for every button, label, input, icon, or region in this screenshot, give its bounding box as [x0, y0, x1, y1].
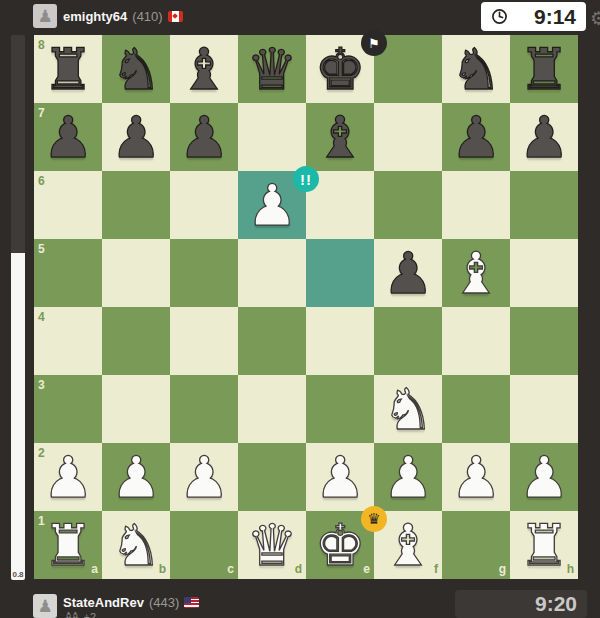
white-rook[interactable]: ♜	[510, 511, 578, 579]
top-player-rating: (410)	[132, 9, 162, 24]
white-pawn[interactable]: ♟	[306, 443, 374, 511]
black-bishop[interactable]: ♝	[170, 35, 238, 103]
usa-flag-icon	[184, 597, 199, 608]
chess-board[interactable]: 8♜♞♝♛♚♞♜7♟♟♟♝♟♟6♟5♟♝43♞2♟♟♟♟♟♟♟1a♜b♞cd♛e…	[34, 35, 578, 579]
square-c2[interactable]: ♟	[170, 443, 238, 511]
white-pawn[interactable]: ♟	[374, 443, 442, 511]
square-h4[interactable]	[510, 307, 578, 375]
top-clock-time: 9:14	[534, 5, 576, 29]
square-e4[interactable]	[306, 307, 374, 375]
square-a2[interactable]: 2♟	[34, 443, 102, 511]
bottom-player-avatar[interactable]: ♟	[33, 594, 57, 618]
evaluation-value: 0.8	[11, 570, 25, 579]
square-c7[interactable]: ♟	[170, 103, 238, 171]
square-c5[interactable]	[170, 239, 238, 307]
square-h1[interactable]: h♜	[510, 511, 578, 579]
square-d2[interactable]	[238, 443, 306, 511]
square-g1[interactable]: g	[442, 511, 510, 579]
square-c3[interactable]	[170, 375, 238, 443]
square-b2[interactable]: ♟	[102, 443, 170, 511]
black-rook[interactable]: ♜	[510, 35, 578, 103]
square-e2[interactable]: ♟	[306, 443, 374, 511]
brilliant-badge: !!	[293, 166, 319, 192]
square-e7[interactable]: ♝	[306, 103, 374, 171]
flag-badge: ⚑	[361, 30, 387, 56]
black-knight[interactable]: ♞	[102, 35, 170, 103]
square-d1[interactable]: d♛	[238, 511, 306, 579]
square-e3[interactable]	[306, 375, 374, 443]
black-pawn[interactable]: ♟	[34, 103, 102, 171]
square-a1[interactable]: 1a♜	[34, 511, 102, 579]
white-rook[interactable]: ♜	[34, 511, 102, 579]
white-pawn[interactable]: ♟	[170, 443, 238, 511]
black-pawn[interactable]: ♟	[374, 239, 442, 307]
white-queen[interactable]: ♛	[238, 511, 306, 579]
square-a4[interactable]: 4	[34, 307, 102, 375]
rank-label-5: 5	[38, 243, 45, 255]
white-bishop[interactable]: ♝	[442, 239, 510, 307]
square-b4[interactable]	[102, 307, 170, 375]
square-f3[interactable]: ♞	[374, 375, 442, 443]
square-h2[interactable]: ♟	[510, 443, 578, 511]
square-h3[interactable]	[510, 375, 578, 443]
white-knight[interactable]: ♞	[374, 375, 442, 443]
chess-game-page: ♟ emighty64 (410) 9:14 ⚙ 0.8 8♜♞♝♛♚♞♜7♟♟…	[0, 0, 600, 618]
file-label-c: c	[227, 563, 234, 575]
file-label-g: g	[499, 563, 506, 575]
square-b3[interactable]	[102, 375, 170, 443]
captured-pawns-icon: ♙♙	[63, 610, 81, 618]
square-a7[interactable]: 7♟	[34, 103, 102, 171]
top-player-name[interactable]: emighty64	[63, 9, 127, 24]
top-player-clock: 9:14	[481, 2, 586, 31]
white-pawn[interactable]: ♟	[442, 443, 510, 511]
square-h7[interactable]: ♟	[510, 103, 578, 171]
square-g4[interactable]	[442, 307, 510, 375]
square-h8[interactable]: ♜	[510, 35, 578, 103]
square-h5[interactable]	[510, 239, 578, 307]
black-rook[interactable]: ♜	[34, 35, 102, 103]
square-b6[interactable]	[102, 171, 170, 239]
bottom-player-info: StateAndRev (443)	[63, 595, 199, 610]
square-c8[interactable]: ♝	[170, 35, 238, 103]
white-pawn[interactable]: ♟	[34, 443, 102, 511]
square-d5[interactable]	[238, 239, 306, 307]
square-a5[interactable]: 5	[34, 239, 102, 307]
square-g6[interactable]	[442, 171, 510, 239]
evaluation-bar: 0.8	[11, 35, 25, 580]
white-pawn[interactable]: ♟	[510, 443, 578, 511]
square-f5[interactable]: ♟	[374, 239, 442, 307]
avatar-pawn-icon: ♟	[37, 598, 52, 615]
square-g8[interactable]: ♞	[442, 35, 510, 103]
black-bishop[interactable]: ♝	[306, 103, 374, 171]
square-c4[interactable]	[170, 307, 238, 375]
square-h6[interactable]	[510, 171, 578, 239]
square-a6[interactable]: 6	[34, 171, 102, 239]
square-f6[interactable]	[374, 171, 442, 239]
square-g5[interactable]: ♝	[442, 239, 510, 307]
square-b5[interactable]	[102, 239, 170, 307]
top-player-avatar[interactable]: ♟	[33, 4, 57, 28]
black-pawn[interactable]: ♟	[510, 103, 578, 171]
square-g3[interactable]	[442, 375, 510, 443]
square-g2[interactable]: ♟	[442, 443, 510, 511]
black-pawn[interactable]: ♟	[442, 103, 510, 171]
square-d8[interactable]: ♛	[238, 35, 306, 103]
gear-icon[interactable]: ⚙	[590, 7, 600, 29]
white-pawn[interactable]: ♟	[102, 443, 170, 511]
square-a8[interactable]: 8♜	[34, 35, 102, 103]
square-b1[interactable]: b♞	[102, 511, 170, 579]
square-d4[interactable]	[238, 307, 306, 375]
square-b7[interactable]: ♟	[102, 103, 170, 171]
square-f7[interactable]	[374, 103, 442, 171]
top-player-info: emighty64 (410)	[63, 9, 183, 24]
square-f4[interactable]	[374, 307, 442, 375]
square-c6[interactable]	[170, 171, 238, 239]
canada-flag-icon	[168, 11, 183, 22]
evaluation-white-section	[11, 253, 25, 580]
black-queen[interactable]: ♛	[238, 35, 306, 103]
rank-label-3: 3	[38, 379, 45, 391]
clock-icon	[491, 8, 508, 25]
square-c1[interactable]: c	[170, 511, 238, 579]
black-pawn[interactable]: ♟	[102, 103, 170, 171]
square-d7[interactable]	[238, 103, 306, 171]
black-pawn[interactable]: ♟	[170, 103, 238, 171]
captured-pieces-row: ♙♙ +2	[63, 610, 96, 618]
rank-label-4: 4	[38, 311, 45, 323]
bottom-player-rating: (443)	[149, 595, 179, 610]
square-b8[interactable]: ♞	[102, 35, 170, 103]
square-a3[interactable]: 3	[34, 375, 102, 443]
rank-label-6: 6	[38, 175, 45, 187]
black-knight[interactable]: ♞	[442, 35, 510, 103]
crown-badge: ♛	[361, 506, 387, 532]
material-advantage: +2	[84, 611, 97, 618]
bottom-clock-time: 9:20	[535, 592, 577, 616]
bottom-player-clock: 9:20	[455, 590, 587, 618]
square-g7[interactable]: ♟	[442, 103, 510, 171]
avatar-pawn-icon: ♟	[37, 8, 52, 25]
square-e5[interactable]	[306, 239, 374, 307]
white-knight[interactable]: ♞	[102, 511, 170, 579]
square-d3[interactable]	[238, 375, 306, 443]
square-f2[interactable]: ♟	[374, 443, 442, 511]
bottom-player-name[interactable]: StateAndRev	[63, 595, 144, 610]
